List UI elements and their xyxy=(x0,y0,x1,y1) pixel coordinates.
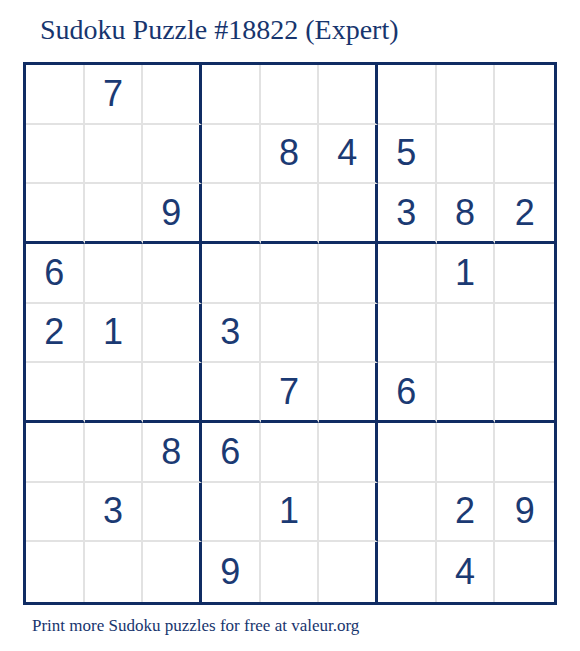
cell-r5c5 xyxy=(261,304,320,364)
cell-r2c2 xyxy=(85,125,144,185)
cell-r7c5 xyxy=(261,423,320,483)
cell-r7c3: 8 xyxy=(143,423,202,483)
cell-r9c5 xyxy=(261,542,320,602)
footer-text: Print more Sudoku puzzles for free at va… xyxy=(32,616,359,636)
cell-r9c2 xyxy=(85,542,144,602)
cell-r8c6 xyxy=(319,483,378,543)
cell-r2c3 xyxy=(143,125,202,185)
cell-r8c2: 3 xyxy=(85,483,144,543)
cell-r3c2 xyxy=(85,184,144,244)
cell-r7c6 xyxy=(319,423,378,483)
cell-r4c4 xyxy=(202,244,261,304)
cell-r1c2: 7 xyxy=(85,65,144,125)
cell-r2c7: 5 xyxy=(378,125,437,185)
cell-r4c8: 1 xyxy=(437,244,496,304)
cell-r8c7 xyxy=(378,483,437,543)
cell-r3c1 xyxy=(26,184,85,244)
cell-r9c8: 4 xyxy=(437,542,496,602)
cell-r1c4 xyxy=(202,65,261,125)
cell-r5c2: 1 xyxy=(85,304,144,364)
cell-r6c6 xyxy=(319,363,378,423)
cell-r4c7 xyxy=(378,244,437,304)
cell-r5c6 xyxy=(319,304,378,364)
cell-r1c5 xyxy=(261,65,320,125)
cell-r9c9 xyxy=(495,542,554,602)
cell-r2c4 xyxy=(202,125,261,185)
cell-r2c8 xyxy=(437,125,496,185)
cell-r7c1 xyxy=(26,423,85,483)
cell-r7c4: 6 xyxy=(202,423,261,483)
cell-r2c6: 4 xyxy=(319,125,378,185)
cell-r1c8 xyxy=(437,65,496,125)
cell-r2c1 xyxy=(26,125,85,185)
cell-r8c1 xyxy=(26,483,85,543)
cell-r3c5 xyxy=(261,184,320,244)
cell-r9c3 xyxy=(143,542,202,602)
cell-r6c7: 6 xyxy=(378,363,437,423)
cell-r6c1 xyxy=(26,363,85,423)
cell-r2c5: 8 xyxy=(261,125,320,185)
cell-r6c4 xyxy=(202,363,261,423)
cell-r8c4 xyxy=(202,483,261,543)
cell-r1c3 xyxy=(143,65,202,125)
cell-r3c9: 2 xyxy=(495,184,554,244)
cell-r4c3 xyxy=(143,244,202,304)
cell-r3c8: 8 xyxy=(437,184,496,244)
cell-r9c4: 9 xyxy=(202,542,261,602)
cell-r7c7 xyxy=(378,423,437,483)
cell-r6c3 xyxy=(143,363,202,423)
cell-r4c9 xyxy=(495,244,554,304)
cell-r3c7: 3 xyxy=(378,184,437,244)
cell-r9c7 xyxy=(378,542,437,602)
cell-r6c8 xyxy=(437,363,496,423)
cell-r5c7 xyxy=(378,304,437,364)
cell-r9c1 xyxy=(26,542,85,602)
cell-r2c9 xyxy=(495,125,554,185)
cell-r1c1 xyxy=(26,65,85,125)
cell-r5c4: 3 xyxy=(202,304,261,364)
cell-r8c3 xyxy=(143,483,202,543)
cell-r6c2 xyxy=(85,363,144,423)
cell-r3c3: 9 xyxy=(143,184,202,244)
cell-r3c6 xyxy=(319,184,378,244)
cell-r7c8 xyxy=(437,423,496,483)
page-title: Sudoku Puzzle #18822 (Expert) xyxy=(40,14,399,46)
cell-r3c4 xyxy=(202,184,261,244)
cell-r4c6 xyxy=(319,244,378,304)
cell-r1c9 xyxy=(495,65,554,125)
cell-r6c9 xyxy=(495,363,554,423)
cell-r6c5: 7 xyxy=(261,363,320,423)
cell-r4c1: 6 xyxy=(26,244,85,304)
cell-r8c8: 2 xyxy=(437,483,496,543)
cell-r7c2 xyxy=(85,423,144,483)
cell-r7c9 xyxy=(495,423,554,483)
cell-r4c5 xyxy=(261,244,320,304)
cell-r8c9: 9 xyxy=(495,483,554,543)
cell-r1c7 xyxy=(378,65,437,125)
cell-r5c3 xyxy=(143,304,202,364)
cell-r9c6 xyxy=(319,542,378,602)
cell-r8c5: 1 xyxy=(261,483,320,543)
cell-r5c9 xyxy=(495,304,554,364)
sudoku-grid: 78459382612137686312994 xyxy=(23,62,557,605)
cell-r5c8 xyxy=(437,304,496,364)
cell-r4c2 xyxy=(85,244,144,304)
cell-r1c6 xyxy=(319,65,378,125)
sudoku-page: Sudoku Puzzle #18822 (Expert) 7845938261… xyxy=(0,0,580,651)
cell-r5c1: 2 xyxy=(26,304,85,364)
